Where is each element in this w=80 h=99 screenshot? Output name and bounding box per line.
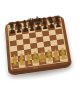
board-scene: ♜♞♝♛♚♝♞♜♟♟♟♟♟♟♟♟♟♟♟♟♟♟♟♟♜♞♝♛♚♝♞♜ xyxy=(0,0,80,99)
board-grid: ♜♞♝♛♚♝♞♜♟♟♟♟♟♟♟♟♟♟♟♟♟♟♟♟♜♞♝♛♚♝♞♜ xyxy=(7,18,68,70)
black-pawn-h7: ♟ xyxy=(54,21,62,29)
square-h1: ♜ xyxy=(59,55,67,62)
square-h7: ♟ xyxy=(54,24,61,30)
chess-board-frame: ♜♞♝♛♚♝♞♜♟♟♟♟♟♟♟♟♟♟♟♟♟♟♟♟♜♞♝♛♚♝♞♜ xyxy=(5,15,72,72)
chess-set-product-photo[interactable]: ♜♞♝♛♚♝♞♜♟♟♟♟♟♟♟♟♟♟♟♟♟♟♟♟♜♞♝♛♚♝♞♜ xyxy=(0,0,80,99)
white-rook-h1: ♜ xyxy=(58,52,67,62)
